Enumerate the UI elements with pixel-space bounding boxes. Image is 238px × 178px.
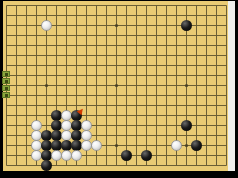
right-scrollbar-strip[interactable]	[228, 1, 235, 171]
side-toolbar-widget[interactable]	[2, 71, 10, 98]
black-stone	[181, 20, 192, 31]
black-stone	[191, 140, 202, 151]
white-stone	[41, 20, 52, 31]
side-widget-segment[interactable]	[2, 71, 10, 77]
side-widget-segment[interactable]	[2, 78, 10, 84]
black-stone	[181, 120, 192, 131]
black-stone	[121, 150, 132, 161]
white-stone	[171, 140, 182, 151]
app-window	[0, 0, 238, 178]
white-stone	[71, 150, 82, 161]
white-stone	[91, 140, 102, 151]
black-stone	[41, 160, 52, 171]
side-widget-segment[interactable]	[2, 85, 10, 91]
side-widget-segment[interactable]	[2, 92, 10, 98]
black-stone	[141, 150, 152, 161]
